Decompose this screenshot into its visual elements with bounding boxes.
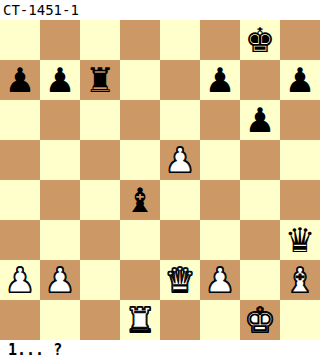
black-pawn[interactable]: ♟ bbox=[285, 60, 315, 100]
square-h6[interactable] bbox=[280, 100, 320, 140]
white-queen[interactable]: ♛ bbox=[165, 260, 195, 300]
square-h2[interactable]: ♝ bbox=[280, 260, 320, 300]
square-h5[interactable] bbox=[280, 140, 320, 180]
white-rook[interactable]: ♜ bbox=[125, 300, 155, 340]
square-c4[interactable] bbox=[80, 180, 120, 220]
square-f8[interactable] bbox=[200, 20, 240, 60]
square-f3[interactable] bbox=[200, 220, 240, 260]
square-a2[interactable]: ♟ bbox=[0, 260, 40, 300]
square-c3[interactable] bbox=[80, 220, 120, 260]
square-b8[interactable] bbox=[40, 20, 80, 60]
white-pawn[interactable]: ♟ bbox=[5, 260, 35, 300]
puzzle-title: CT-1451-1 bbox=[0, 0, 79, 20]
move-prompt-bar: 1... ? bbox=[0, 340, 320, 360]
square-a1[interactable] bbox=[0, 300, 40, 340]
square-e8[interactable] bbox=[160, 20, 200, 60]
black-rook[interactable]: ♜ bbox=[85, 60, 115, 100]
square-g7[interactable] bbox=[240, 60, 280, 100]
square-f4[interactable] bbox=[200, 180, 240, 220]
square-b4[interactable] bbox=[40, 180, 80, 220]
white-pawn[interactable]: ♟ bbox=[165, 140, 195, 180]
square-b2[interactable]: ♟ bbox=[40, 260, 80, 300]
puzzle-title-bar: CT-1451-1 bbox=[0, 0, 320, 20]
square-h3[interactable]: ♛ bbox=[280, 220, 320, 260]
square-g1[interactable]: ♚ bbox=[240, 300, 280, 340]
square-c5[interactable] bbox=[80, 140, 120, 180]
square-h1[interactable] bbox=[280, 300, 320, 340]
chess-board: ♚♟♟♜♟♟♟♟♝♛♟♟♛♟♝♜♚ bbox=[0, 20, 320, 340]
square-d5[interactable] bbox=[120, 140, 160, 180]
square-c8[interactable] bbox=[80, 20, 120, 60]
square-a4[interactable] bbox=[0, 180, 40, 220]
square-a5[interactable] bbox=[0, 140, 40, 180]
square-d2[interactable] bbox=[120, 260, 160, 300]
square-b3[interactable] bbox=[40, 220, 80, 260]
square-g2[interactable] bbox=[240, 260, 280, 300]
square-d6[interactable] bbox=[120, 100, 160, 140]
square-c1[interactable] bbox=[80, 300, 120, 340]
black-pawn[interactable]: ♟ bbox=[245, 100, 275, 140]
square-d8[interactable] bbox=[120, 20, 160, 60]
square-f2[interactable]: ♟ bbox=[200, 260, 240, 300]
square-h8[interactable] bbox=[280, 20, 320, 60]
white-pawn[interactable]: ♟ bbox=[45, 260, 75, 300]
square-a6[interactable] bbox=[0, 100, 40, 140]
square-d4[interactable]: ♝ bbox=[120, 180, 160, 220]
square-a3[interactable] bbox=[0, 220, 40, 260]
square-e1[interactable] bbox=[160, 300, 200, 340]
square-e6[interactable] bbox=[160, 100, 200, 140]
black-bishop[interactable]: ♝ bbox=[125, 180, 155, 220]
square-g6[interactable]: ♟ bbox=[240, 100, 280, 140]
black-king[interactable]: ♚ bbox=[245, 20, 275, 60]
square-f6[interactable] bbox=[200, 100, 240, 140]
square-h4[interactable] bbox=[280, 180, 320, 220]
square-g4[interactable] bbox=[240, 180, 280, 220]
square-b7[interactable]: ♟ bbox=[40, 60, 80, 100]
square-h7[interactable]: ♟ bbox=[280, 60, 320, 100]
square-a7[interactable]: ♟ bbox=[0, 60, 40, 100]
square-g8[interactable]: ♚ bbox=[240, 20, 280, 60]
move-prompt: 1... ? bbox=[0, 340, 62, 360]
square-e5[interactable]: ♟ bbox=[160, 140, 200, 180]
square-d7[interactable] bbox=[120, 60, 160, 100]
black-pawn[interactable]: ♟ bbox=[45, 60, 75, 100]
square-d3[interactable] bbox=[120, 220, 160, 260]
square-c6[interactable] bbox=[80, 100, 120, 140]
square-f5[interactable] bbox=[200, 140, 240, 180]
square-c7[interactable]: ♜ bbox=[80, 60, 120, 100]
black-pawn[interactable]: ♟ bbox=[205, 60, 235, 100]
square-b5[interactable] bbox=[40, 140, 80, 180]
square-f1[interactable] bbox=[200, 300, 240, 340]
square-g5[interactable] bbox=[240, 140, 280, 180]
square-e4[interactable] bbox=[160, 180, 200, 220]
square-a8[interactable] bbox=[0, 20, 40, 60]
square-e3[interactable] bbox=[160, 220, 200, 260]
white-king[interactable]: ♚ bbox=[245, 300, 275, 340]
square-d1[interactable]: ♜ bbox=[120, 300, 160, 340]
square-g3[interactable] bbox=[240, 220, 280, 260]
square-e2[interactable]: ♛ bbox=[160, 260, 200, 300]
square-b1[interactable] bbox=[40, 300, 80, 340]
white-bishop[interactable]: ♝ bbox=[285, 260, 315, 300]
white-pawn[interactable]: ♟ bbox=[205, 260, 235, 300]
square-e7[interactable] bbox=[160, 60, 200, 100]
black-pawn[interactable]: ♟ bbox=[5, 60, 35, 100]
black-queen[interactable]: ♛ bbox=[285, 220, 315, 260]
square-f7[interactable]: ♟ bbox=[200, 60, 240, 100]
square-b6[interactable] bbox=[40, 100, 80, 140]
square-c2[interactable] bbox=[80, 260, 120, 300]
